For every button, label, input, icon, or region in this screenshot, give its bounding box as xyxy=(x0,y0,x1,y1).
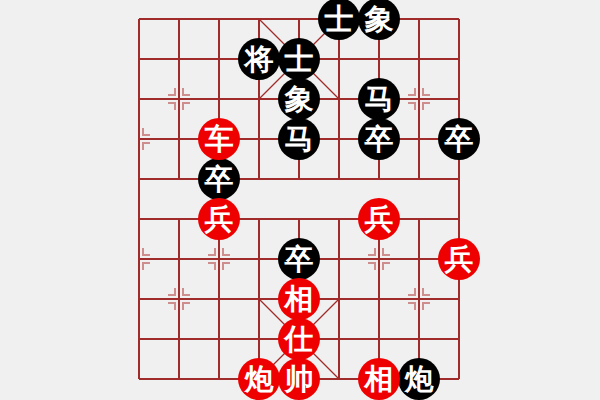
piece-black-advisor[interactable]: 士 xyxy=(318,0,360,40)
piece-red-soldier[interactable]: 兵 xyxy=(438,238,480,280)
piece-red-soldier[interactable]: 兵 xyxy=(358,198,400,240)
piece-red-general[interactable]: 帅 xyxy=(278,358,320,400)
piece-red-soldier[interactable]: 兵 xyxy=(198,198,240,240)
xiangqi-app: 士象将士象马马卒卒卒卒炮车兵兵兵相仕帅炮相 xyxy=(0,0,600,400)
piece-black-horse[interactable]: 马 xyxy=(358,78,400,120)
piece-black-soldier[interactable]: 卒 xyxy=(278,238,320,280)
piece-black-advisor[interactable]: 士 xyxy=(278,38,320,80)
piece-black-elephant[interactable]: 象 xyxy=(278,78,320,120)
piece-red-elephant[interactable]: 相 xyxy=(358,358,400,400)
piece-black-cannon[interactable]: 炮 xyxy=(398,358,440,400)
piece-black-soldier[interactable]: 卒 xyxy=(358,118,400,160)
piece-black-soldier[interactable]: 卒 xyxy=(198,158,240,200)
piece-red-advisor[interactable]: 仕 xyxy=(278,318,320,360)
piece-black-soldier[interactable]: 卒 xyxy=(438,118,480,160)
piece-black-horse[interactable]: 马 xyxy=(278,118,320,160)
piece-red-cannon[interactable]: 炮 xyxy=(238,358,280,400)
piece-red-chariot[interactable]: 车 xyxy=(198,118,240,160)
piece-black-elephant[interactable]: 象 xyxy=(358,0,400,40)
piece-red-elephant[interactable]: 相 xyxy=(278,278,320,320)
piece-black-general[interactable]: 将 xyxy=(238,38,280,80)
